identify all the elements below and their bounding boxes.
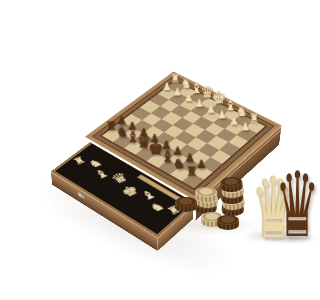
checker-stack-mid [194,184,219,215]
white-pawn: ♟ [217,109,227,120]
black-knight: ♞ [173,157,186,171]
dark-checker [175,197,197,212]
board-square [193,117,213,130]
white-pawn: ♟ [184,92,194,103]
dark-queen: ♛ [275,160,300,250]
dark-checker [220,176,243,192]
board-square [184,124,204,137]
light-checker [195,187,218,203]
white-pawn: ♟ [195,98,205,109]
checker-stack-front-dark [217,215,241,230]
white-pawn: ♟ [241,121,251,132]
board-square [195,130,215,144]
black-rook: ♜ [186,165,198,178]
checker-stack-lone [175,197,199,212]
white-pawn: ♟ [229,115,239,126]
checker-stack-tall [220,171,246,216]
white-pawn: ♟ [162,81,171,91]
dark-checker [217,215,239,230]
white-pawn: ♟ [206,104,216,115]
drawer-latch-icon [78,192,85,200]
white-pawn: ♟ [173,87,182,98]
